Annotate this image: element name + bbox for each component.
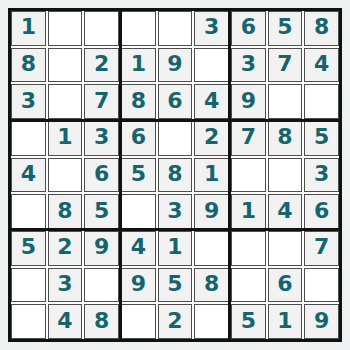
cell-r5c5: 8 bbox=[158, 158, 193, 193]
cell-r8c6: 8 bbox=[194, 268, 229, 303]
cell-r4c3: 3 bbox=[84, 121, 119, 156]
cell-r1c8: 5 bbox=[268, 11, 303, 46]
cell-r3c1: 3 bbox=[11, 84, 46, 119]
cell-r1c1: 1 bbox=[11, 11, 46, 46]
cell-r8c3[interactable] bbox=[84, 268, 119, 303]
cell-r9c2: 4 bbox=[48, 304, 83, 339]
box-divider-horizontal-1 bbox=[11, 119, 339, 122]
cell-r1c6: 3 bbox=[194, 11, 229, 46]
cell-r2c7: 3 bbox=[231, 48, 266, 83]
cell-r8c1[interactable] bbox=[11, 268, 46, 303]
cell-r3c3: 7 bbox=[84, 84, 119, 119]
cell-r6c1[interactable] bbox=[11, 194, 46, 229]
cell-r4c8: 8 bbox=[268, 121, 303, 156]
cell-r8c8: 6 bbox=[268, 268, 303, 303]
cell-r7c5: 1 bbox=[158, 231, 193, 266]
cell-r6c4[interactable] bbox=[121, 194, 156, 229]
box-divider-vertical-1 bbox=[119, 11, 122, 339]
cell-r7c2: 2 bbox=[48, 231, 83, 266]
cell-r6c2: 8 bbox=[48, 194, 83, 229]
cell-r2c5: 9 bbox=[158, 48, 193, 83]
cell-r4c5[interactable] bbox=[158, 121, 193, 156]
cell-r5c9: 3 bbox=[304, 158, 339, 193]
cell-r1c3[interactable] bbox=[84, 11, 119, 46]
cell-r7c6[interactable] bbox=[194, 231, 229, 266]
cell-r9c7: 5 bbox=[231, 304, 266, 339]
box-divider-horizontal-2 bbox=[11, 228, 339, 231]
cell-r9c8: 1 bbox=[268, 304, 303, 339]
cell-r8c4: 9 bbox=[121, 268, 156, 303]
cell-r3c7: 9 bbox=[231, 84, 266, 119]
cell-r9c1[interactable] bbox=[11, 304, 46, 339]
cell-r7c8[interactable] bbox=[268, 231, 303, 266]
cell-r3c9[interactable] bbox=[304, 84, 339, 119]
cell-r6c9: 6 bbox=[304, 194, 339, 229]
cell-r3c6: 4 bbox=[194, 84, 229, 119]
cell-r6c8: 4 bbox=[268, 194, 303, 229]
cell-r1c9: 8 bbox=[304, 11, 339, 46]
cell-r1c7: 6 bbox=[231, 11, 266, 46]
cell-r5c1: 4 bbox=[11, 158, 46, 193]
cell-r6c3: 5 bbox=[84, 194, 119, 229]
cell-r8c9[interactable] bbox=[304, 268, 339, 303]
cell-r9c5: 2 bbox=[158, 304, 193, 339]
cell-r2c8: 7 bbox=[268, 48, 303, 83]
cell-r1c5[interactable] bbox=[158, 11, 193, 46]
cell-r2c1: 8 bbox=[11, 48, 46, 83]
cell-r4c7: 7 bbox=[231, 121, 266, 156]
cell-r4c9: 5 bbox=[304, 121, 339, 156]
cell-r7c3: 9 bbox=[84, 231, 119, 266]
cell-r1c4[interactable] bbox=[121, 11, 156, 46]
cell-r6c6: 9 bbox=[194, 194, 229, 229]
cell-r4c2: 1 bbox=[48, 121, 83, 156]
box-divider-vertical-2 bbox=[228, 11, 231, 339]
cell-r8c7[interactable] bbox=[231, 268, 266, 303]
cell-r4c4: 6 bbox=[121, 121, 156, 156]
cell-r9c6[interactable] bbox=[194, 304, 229, 339]
cell-r7c7[interactable] bbox=[231, 231, 266, 266]
cell-r6c5: 3 bbox=[158, 194, 193, 229]
cell-r6c7: 1 bbox=[231, 194, 266, 229]
cell-r7c1: 5 bbox=[11, 231, 46, 266]
cell-r2c3: 2 bbox=[84, 48, 119, 83]
cell-r5c7[interactable] bbox=[231, 158, 266, 193]
cell-r1c2[interactable] bbox=[48, 11, 83, 46]
cell-r3c4: 8 bbox=[121, 84, 156, 119]
cell-r3c2[interactable] bbox=[48, 84, 83, 119]
cell-r7c4: 4 bbox=[121, 231, 156, 266]
cell-r9c3: 8 bbox=[84, 304, 119, 339]
cell-r2c4: 1 bbox=[121, 48, 156, 83]
cell-r4c1[interactable] bbox=[11, 121, 46, 156]
cell-r8c5: 5 bbox=[158, 268, 193, 303]
cell-r5c2[interactable] bbox=[48, 158, 83, 193]
cell-r4c6: 2 bbox=[194, 121, 229, 156]
cell-r5c3: 6 bbox=[84, 158, 119, 193]
sudoku-page: 1365882193743786491362785465813853914652… bbox=[0, 0, 350, 350]
cell-r3c5: 6 bbox=[158, 84, 193, 119]
cell-r5c6: 1 bbox=[194, 158, 229, 193]
cell-r2c9: 4 bbox=[304, 48, 339, 83]
cell-r2c6[interactable] bbox=[194, 48, 229, 83]
cell-r3c8[interactable] bbox=[268, 84, 303, 119]
cell-r5c4: 5 bbox=[121, 158, 156, 193]
cell-r8c2: 3 bbox=[48, 268, 83, 303]
cell-r5c8[interactable] bbox=[268, 158, 303, 193]
sudoku-grid: 1365882193743786491362785465813853914652… bbox=[11, 11, 339, 339]
cell-r9c9: 9 bbox=[304, 304, 339, 339]
cell-r2c2[interactable] bbox=[48, 48, 83, 83]
cell-r9c4[interactable] bbox=[121, 304, 156, 339]
cell-r7c9: 7 bbox=[304, 231, 339, 266]
sudoku-board: 1365882193743786491362785465813853914652… bbox=[8, 8, 342, 342]
